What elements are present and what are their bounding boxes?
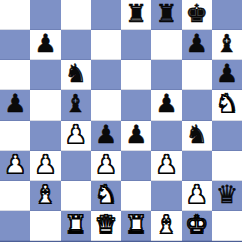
square-h7[interactable]: ♝ (212, 30, 242, 60)
black-rook-piece[interactable]: ♜ (155, 0, 177, 29)
square-g7[interactable]: ♟ (182, 30, 212, 60)
square-d1[interactable]: ♛ (91, 211, 121, 241)
black-pawn-piece[interactable]: ♟ (185, 29, 207, 59)
white-pawn-piece[interactable]: ♟ (95, 150, 117, 180)
square-f3[interactable]: ♟ (151, 151, 181, 181)
square-a6[interactable] (0, 60, 30, 90)
square-h6[interactable]: ♟ (212, 60, 242, 90)
white-rook-piece[interactable]: ♜ (64, 210, 86, 240)
square-g2[interactable]: ♟ (182, 181, 212, 211)
square-b5[interactable] (30, 90, 60, 120)
square-b8[interactable] (30, 0, 60, 30)
white-pawn-piece[interactable]: ♟ (64, 120, 86, 150)
square-a5[interactable]: ♟ (0, 90, 30, 120)
square-b4[interactable] (30, 121, 60, 151)
square-e7[interactable] (121, 30, 151, 60)
square-g5[interactable] (182, 90, 212, 120)
square-f1[interactable]: ♝ (151, 211, 181, 241)
black-pawn-piece[interactable]: ♟ (155, 89, 177, 119)
white-queen-piece[interactable]: ♛ (95, 210, 117, 240)
square-d3[interactable]: ♟ (91, 151, 121, 181)
black-pawn-piece[interactable]: ♟ (125, 120, 147, 150)
square-c1[interactable]: ♜ (61, 211, 91, 241)
white-pawn-piece[interactable]: ♟ (4, 150, 26, 180)
square-e4[interactable]: ♟ (121, 121, 151, 151)
square-b6[interactable] (30, 60, 60, 90)
square-f6[interactable] (151, 60, 181, 90)
black-bishop-piece[interactable]: ♝ (216, 29, 238, 59)
square-e8[interactable]: ♜ (121, 0, 151, 30)
square-h4[interactable] (212, 121, 242, 151)
square-d7[interactable] (91, 30, 121, 60)
square-h8[interactable] (212, 0, 242, 30)
black-pawn-piece[interactable]: ♟ (95, 120, 117, 150)
square-g6[interactable] (182, 60, 212, 90)
square-h1[interactable] (212, 211, 242, 241)
white-knight-piece[interactable]: ♞ (216, 89, 238, 119)
square-f7[interactable] (151, 30, 181, 60)
white-pawn-piece[interactable]: ♟ (185, 180, 207, 210)
black-rook-piece[interactable]: ♜ (125, 0, 147, 29)
square-b3[interactable]: ♟ (30, 151, 60, 181)
white-pawn-piece[interactable]: ♟ (34, 150, 56, 180)
square-h5[interactable]: ♞ (212, 90, 242, 120)
square-f4[interactable] (151, 121, 181, 151)
square-g3[interactable] (182, 151, 212, 181)
square-g8[interactable]: ♚ (182, 0, 212, 30)
square-a4[interactable] (0, 121, 30, 151)
square-d2[interactable]: ♞ (91, 181, 121, 211)
black-queen-piece[interactable]: ♛ (216, 180, 238, 210)
white-king-piece[interactable]: ♚ (185, 210, 207, 240)
square-b1[interactable] (30, 211, 60, 241)
square-e5[interactable] (121, 90, 151, 120)
square-c8[interactable] (61, 0, 91, 30)
square-b2[interactable]: ♝ (30, 181, 60, 211)
square-g4[interactable]: ♞ (182, 121, 212, 151)
square-a3[interactable]: ♟ (0, 151, 30, 181)
white-bishop-piece[interactable]: ♝ (34, 180, 56, 210)
square-c7[interactable] (61, 30, 91, 60)
square-h3[interactable] (212, 151, 242, 181)
square-f2[interactable] (151, 181, 181, 211)
chess-board: ♜♜♚♟♟♝♞♟♟♝♟♞♟♟♟♞♟♟♟♟♝♞♟♛♜♛♜♝♚ (0, 0, 242, 242)
square-d6[interactable] (91, 60, 121, 90)
square-e3[interactable] (121, 151, 151, 181)
black-pawn-piece[interactable]: ♟ (4, 89, 26, 119)
black-bishop-piece[interactable]: ♝ (64, 89, 86, 119)
square-a7[interactable] (0, 30, 30, 60)
square-f5[interactable]: ♟ (151, 90, 181, 120)
white-knight-piece[interactable]: ♞ (95, 180, 117, 210)
square-a1[interactable] (0, 211, 30, 241)
square-c6[interactable]: ♞ (61, 60, 91, 90)
square-e1[interactable]: ♜ (121, 211, 151, 241)
square-d5[interactable] (91, 90, 121, 120)
square-a2[interactable] (0, 181, 30, 211)
square-d8[interactable] (91, 0, 121, 30)
square-d4[interactable]: ♟ (91, 121, 121, 151)
square-a8[interactable] (0, 0, 30, 30)
black-knight-piece[interactable]: ♞ (64, 59, 86, 89)
square-c2[interactable] (61, 181, 91, 211)
square-c4[interactable]: ♟ (61, 121, 91, 151)
black-pawn-piece[interactable]: ♟ (216, 59, 238, 89)
black-knight-piece[interactable]: ♞ (185, 120, 207, 150)
square-g1[interactable]: ♚ (182, 211, 212, 241)
square-f8[interactable]: ♜ (151, 0, 181, 30)
square-c3[interactable] (61, 151, 91, 181)
square-b7[interactable]: ♟ (30, 30, 60, 60)
square-c5[interactable]: ♝ (61, 90, 91, 120)
black-pawn-piece[interactable]: ♟ (34, 29, 56, 59)
white-pawn-piece[interactable]: ♟ (155, 150, 177, 180)
white-bishop-piece[interactable]: ♝ (155, 210, 177, 240)
square-h2[interactable]: ♛ (212, 181, 242, 211)
white-rook-piece[interactable]: ♜ (125, 210, 147, 240)
square-e2[interactable] (121, 181, 151, 211)
black-king-piece[interactable]: ♚ (185, 0, 207, 29)
square-e6[interactable] (121, 60, 151, 90)
